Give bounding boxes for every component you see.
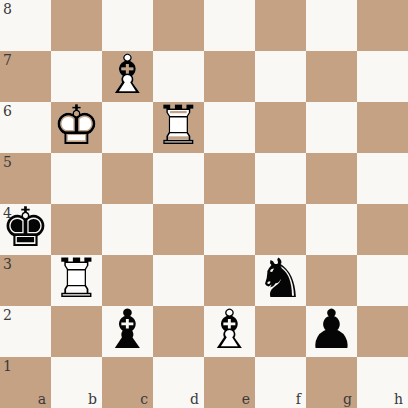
square-c1[interactable]: c (102, 357, 153, 408)
square-g6[interactable] (306, 102, 357, 153)
rank-label-6: 6 (3, 104, 12, 118)
rank-label-5: 5 (3, 155, 12, 169)
square-f6[interactable] (255, 102, 306, 153)
piece-glyph: ♝ (102, 304, 153, 355)
square-h1[interactable]: h (357, 357, 408, 408)
square-a3[interactable]: 3 (0, 255, 51, 306)
square-g2[interactable]: ♟ (306, 306, 357, 357)
square-e1[interactable]: e (204, 357, 255, 408)
piece-glyph: ♚ (0, 202, 51, 253)
square-h5[interactable] (357, 153, 408, 204)
square-f5[interactable] (255, 153, 306, 204)
square-f1[interactable]: f (255, 357, 306, 408)
square-e6[interactable] (204, 102, 255, 153)
square-e8[interactable] (204, 0, 255, 51)
file-label-a: a (38, 392, 46, 406)
square-d2[interactable] (153, 306, 204, 357)
square-b1[interactable]: b (51, 357, 102, 408)
square-f7[interactable] (255, 51, 306, 102)
piece-black-king[interactable]: ♚ (0, 204, 51, 255)
file-label-h: h (394, 392, 403, 406)
piece-white-king[interactable]: ♚♔ (51, 102, 102, 153)
rank-label-3: 3 (3, 257, 12, 271)
piece-outline: ♔ (51, 100, 102, 151)
square-c5[interactable] (102, 153, 153, 204)
square-a1[interactable]: 1a (0, 357, 51, 408)
file-label-d: d (190, 392, 199, 406)
piece-black-knight[interactable]: ♞ (255, 255, 306, 306)
square-b5[interactable] (51, 153, 102, 204)
square-a7[interactable]: 7 (0, 51, 51, 102)
square-c6[interactable] (102, 102, 153, 153)
rank-label-7: 7 (3, 53, 12, 67)
piece-outline: ♗ (204, 304, 255, 355)
file-label-c: c (140, 392, 148, 406)
square-d3[interactable] (153, 255, 204, 306)
square-e5[interactable] (204, 153, 255, 204)
square-h3[interactable] (357, 255, 408, 306)
square-e7[interactable] (204, 51, 255, 102)
square-b8[interactable] (51, 0, 102, 51)
square-f3[interactable]: ♞ (255, 255, 306, 306)
file-label-g: g (343, 392, 352, 406)
piece-glyph: ♞ (255, 253, 306, 304)
square-a2[interactable]: 2 (0, 306, 51, 357)
piece-black-pawn[interactable]: ♟ (306, 306, 357, 357)
rank-label-8: 8 (3, 2, 12, 16)
piece-outline: ♖ (51, 253, 102, 304)
square-b3[interactable]: ♜♖ (51, 255, 102, 306)
square-h2[interactable] (357, 306, 408, 357)
file-label-f: f (296, 392, 301, 406)
square-h8[interactable] (357, 0, 408, 51)
square-g5[interactable] (306, 153, 357, 204)
square-a6[interactable]: 6 (0, 102, 51, 153)
square-e2[interactable]: ♝♗ (204, 306, 255, 357)
chessboard: 87♝♗6♚♔♜♖54♚3♜♖♞2♝♝♗♟1abcdefgh (0, 0, 408, 408)
square-g8[interactable] (306, 0, 357, 51)
piece-outline: ♗ (102, 49, 153, 100)
rank-label-1: 1 (3, 359, 12, 373)
square-h4[interactable] (357, 204, 408, 255)
square-c2[interactable]: ♝ (102, 306, 153, 357)
square-g7[interactable] (306, 51, 357, 102)
piece-outline: ♖ (153, 100, 204, 151)
square-a8[interactable]: 8 (0, 0, 51, 51)
square-g4[interactable] (306, 204, 357, 255)
square-d4[interactable] (153, 204, 204, 255)
piece-black-bishop[interactable]: ♝ (102, 306, 153, 357)
square-d6[interactable]: ♜♖ (153, 102, 204, 153)
square-d8[interactable] (153, 0, 204, 51)
piece-white-bishop[interactable]: ♝♗ (102, 51, 153, 102)
square-g1[interactable]: g (306, 357, 357, 408)
file-label-b: b (88, 392, 97, 406)
piece-white-rook[interactable]: ♜♖ (51, 255, 102, 306)
square-a4[interactable]: 4♚ (0, 204, 51, 255)
square-d5[interactable] (153, 153, 204, 204)
square-d1[interactable]: d (153, 357, 204, 408)
piece-white-rook[interactable]: ♜♖ (153, 102, 204, 153)
square-f8[interactable] (255, 0, 306, 51)
square-h6[interactable] (357, 102, 408, 153)
file-label-e: e (242, 392, 250, 406)
square-b6[interactable]: ♚♔ (51, 102, 102, 153)
rank-label-2: 2 (3, 308, 12, 322)
square-e4[interactable] (204, 204, 255, 255)
square-h7[interactable] (357, 51, 408, 102)
piece-glyph: ♟ (306, 304, 357, 355)
square-c7[interactable]: ♝♗ (102, 51, 153, 102)
square-f2[interactable] (255, 306, 306, 357)
piece-white-bishop[interactable]: ♝♗ (204, 306, 255, 357)
square-b2[interactable] (51, 306, 102, 357)
square-c4[interactable] (102, 204, 153, 255)
